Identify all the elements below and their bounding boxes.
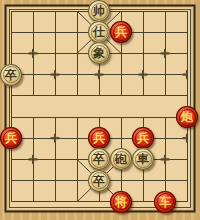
piece-character: 兵 <box>115 26 127 38</box>
piece-red-chariot[interactable]: 车 <box>154 191 176 213</box>
piece-wood-general[interactable]: 帅 <box>88 0 110 22</box>
xiangqi-board: 帅仕兵象卒炮兵兵兵卒砲車卒将车 <box>0 0 200 220</box>
piece-character: 卒 <box>93 174 105 186</box>
piece-red-cannon[interactable]: 炮 <box>176 106 198 128</box>
piece-character: 卒 <box>93 153 105 165</box>
piece-red-general[interactable]: 将 <box>110 191 132 213</box>
piece-character: 兵 <box>93 132 105 144</box>
piece-character: 車 <box>137 153 149 165</box>
piece-character: 卒 <box>5 68 17 80</box>
piece-wood-soldier[interactable]: 卒 <box>0 64 22 86</box>
piece-wood-soldier[interactable]: 卒 <box>88 170 110 192</box>
piece-character: 兵 <box>5 132 17 144</box>
piece-character: 象 <box>93 47 105 59</box>
piece-character: 砲 <box>115 153 127 165</box>
piece-character: 车 <box>159 195 171 207</box>
piece-character: 将 <box>115 195 127 207</box>
piece-character: 帅 <box>93 5 105 17</box>
piece-character: 炮 <box>181 111 193 123</box>
piece-character: 兵 <box>137 132 149 144</box>
piece-character: 仕 <box>93 26 105 38</box>
